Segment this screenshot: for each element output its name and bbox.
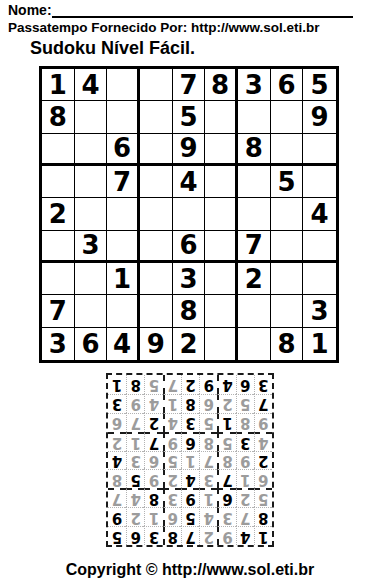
puzzle-cell-r1c2: 4 <box>75 69 108 101</box>
puzzle-cell-r2c5: 5 <box>173 101 206 133</box>
puzzle-cell-r2c7 <box>238 101 271 133</box>
solution-cell-r9c5: 2 <box>181 375 199 394</box>
sudoku-worksheet-page: Nome: Passatempo Fornecido Por: http://w… <box>0 0 380 585</box>
solution-cell-r3c2: 2 <box>236 488 254 507</box>
solution-cell-r9c4: 9 <box>199 375 217 394</box>
solution-cell-r7c6: 4 <box>163 413 181 432</box>
puzzle-cell-r6c8 <box>271 231 304 263</box>
puzzle-cell-r9c5: 2 <box>173 328 206 360</box>
puzzle-cell-r4c5: 4 <box>173 166 206 198</box>
solution-cell-r6c1: 4 <box>254 432 272 451</box>
puzzle-cell-r4c3: 7 <box>107 166 140 198</box>
puzzle-cell-r5c3 <box>107 198 140 230</box>
solution-cell-r3c7: 8 <box>144 488 162 507</box>
puzzle-cell-r4c7 <box>238 166 271 198</box>
solution-cell-r9c8: 8 <box>126 375 144 394</box>
puzzle-cell-r3c8 <box>271 134 304 166</box>
solution-cell-r7c9: 6 <box>108 413 126 432</box>
solution-cell-r1c8: 6 <box>126 526 144 545</box>
puzzle-cell-r2c4 <box>140 101 173 133</box>
puzzle-cell-r7c8 <box>271 263 304 295</box>
solution-cell-r6c3: 5 <box>217 432 235 451</box>
puzzle-cell-r1c3 <box>107 69 140 101</box>
solution-cell-r7c7: 2 <box>144 413 162 432</box>
puzzle-cell-r3c9 <box>303 134 336 166</box>
solution-cell-r5c4: 7 <box>199 451 217 470</box>
solution-cell-r8c8: 9 <box>126 394 144 413</box>
puzzle-cell-r5c7 <box>238 198 271 230</box>
solution-cell-r4c6: 2 <box>163 469 181 488</box>
puzzle-cell-r9c7 <box>238 328 271 360</box>
solution-cell-r1c3: 9 <box>217 526 235 545</box>
puzzle-cell-r6c3 <box>107 231 140 263</box>
puzzle-cell-r4c8: 5 <box>271 166 304 198</box>
solution-cell-r1c7: 3 <box>144 526 162 545</box>
solution-cell-r8c2: 5 <box>236 394 254 413</box>
solution-cell-r7c5: 3 <box>181 413 199 432</box>
solution-cell-r6c2: 3 <box>236 432 254 451</box>
solution-cell-r5c6: 5 <box>163 451 181 470</box>
puzzle-cell-r7c5: 3 <box>173 263 206 295</box>
puzzle-cell-r8c1: 7 <box>42 295 75 327</box>
puzzle-cell-r1c8: 6 <box>271 69 304 101</box>
name-row: Nome: <box>8 2 353 18</box>
puzzle-cell-r3c7: 8 <box>238 134 271 166</box>
solution-cell-r7c4: 5 <box>199 413 217 432</box>
solution-cell-r4c5: 4 <box>181 469 199 488</box>
solution-cell-r4c7: 9 <box>144 469 162 488</box>
puzzle-cell-r6c7: 7 <box>238 231 271 263</box>
puzzle-cell-r5c1: 2 <box>42 198 75 230</box>
solution-cell-r4c4: 3 <box>199 469 217 488</box>
puzzle-cell-r6c2: 3 <box>75 231 108 263</box>
solution-cell-r6c7: 7 <box>144 432 162 451</box>
solution-cell-r5c5: 1 <box>181 451 199 470</box>
puzzle-cell-r9c1: 3 <box>42 328 75 360</box>
solution-cell-r4c8: 5 <box>126 469 144 488</box>
solution-cell-r4c3: 7 <box>217 469 235 488</box>
solution-cell-r9c7: 5 <box>144 375 162 394</box>
copyright-text: Copyright © http://www.sol.eti.br <box>0 561 380 579</box>
solution-cell-r9c9: 1 <box>108 375 126 394</box>
name-label: Nome: <box>8 2 52 18</box>
solution-cell-r9c2: 6 <box>236 375 254 394</box>
puzzle-cell-r7c6 <box>205 263 238 295</box>
puzzle-cell-r3c5: 9 <box>173 134 206 166</box>
solution-cell-r8c4: 6 <box>199 394 217 413</box>
solution-cell-r2c6: 6 <box>163 507 181 526</box>
puzzle-cell-r3c6 <box>205 134 238 166</box>
puzzle-cell-r2c9: 9 <box>303 101 336 133</box>
solution-cell-r8c6: 1 <box>163 394 181 413</box>
puzzle-cell-r2c1: 8 <box>42 101 75 133</box>
puzzle-cell-r7c9 <box>303 263 336 295</box>
solution-cell-r3c1: 5 <box>254 488 272 507</box>
solution-cell-r2c9: 9 <box>108 507 126 526</box>
puzzle-cell-r6c6 <box>205 231 238 263</box>
solution-cell-r2c8: 2 <box>126 507 144 526</box>
puzzle-cell-r9c9: 1 <box>303 328 336 360</box>
solution-cell-r3c9: 7 <box>108 488 126 507</box>
puzzle-cell-r2c3 <box>107 101 140 133</box>
puzzle-cell-r7c7: 2 <box>238 263 271 295</box>
puzzle-cell-r4c9 <box>303 166 336 198</box>
solution-cell-r4c2: 1 <box>236 469 254 488</box>
solution-cell-r7c3: 1 <box>217 413 235 432</box>
puzzle-cell-r8c5: 8 <box>173 295 206 327</box>
puzzle-cell-r7c1 <box>42 263 75 295</box>
puzzle-cell-r3c4 <box>140 134 173 166</box>
puzzle-cell-r7c3: 1 <box>107 263 140 295</box>
puzzle-cell-r7c4 <box>140 263 173 295</box>
solution-cell-r3c5: 9 <box>181 488 199 507</box>
sudoku-puzzle-grid: 1478365859698745243671327833649281 <box>39 66 339 363</box>
puzzle-cell-r2c2 <box>75 101 108 133</box>
solution-cell-r7c8: 7 <box>126 413 144 432</box>
solution-cell-r5c1: 2 <box>254 451 272 470</box>
puzzle-cell-r6c4 <box>140 231 173 263</box>
puzzle-cell-r2c6 <box>205 101 238 133</box>
puzzle-cell-r5c8 <box>271 198 304 230</box>
puzzle-cell-r1c4 <box>140 69 173 101</box>
solution-cell-r1c2: 4 <box>236 526 254 545</box>
solution-cell-r5c8: 3 <box>126 451 144 470</box>
puzzle-cell-r9c6 <box>205 328 238 360</box>
puzzle-cell-r8c7 <box>238 295 271 327</box>
solution-cell-r8c5: 8 <box>181 394 199 413</box>
puzzle-cell-r3c1 <box>42 134 75 166</box>
puzzle-cell-r1c7: 3 <box>238 69 271 101</box>
solution-cell-r6c9: 2 <box>108 432 126 451</box>
solution-cell-r4c9: 8 <box>108 469 126 488</box>
puzzle-cell-r5c5 <box>173 198 206 230</box>
solution-cell-r2c4: 4 <box>199 507 217 526</box>
puzzle-cell-r1c6: 8 <box>205 69 238 101</box>
solution-cell-r2c3: 3 <box>217 507 235 526</box>
puzzle-cell-r1c9: 5 <box>303 69 336 101</box>
solution-cell-r7c1: 9 <box>254 413 272 432</box>
provided-by-text: Passatempo Fornecido Por: http://www.sol… <box>8 20 320 35</box>
puzzle-cell-r9c4: 9 <box>140 328 173 360</box>
solution-cell-r1c5: 7 <box>181 526 199 545</box>
solution-cell-r2c1: 8 <box>254 507 272 526</box>
solution-cell-r8c7: 4 <box>144 394 162 413</box>
solution-cell-r2c7: 1 <box>144 507 162 526</box>
puzzle-cell-r5c2 <box>75 198 108 230</box>
puzzle-cell-r8c6 <box>205 295 238 327</box>
puzzle-cell-r1c5: 7 <box>173 69 206 101</box>
solution-cell-r5c9: 4 <box>108 451 126 470</box>
puzzle-cell-r4c2 <box>75 166 108 198</box>
puzzle-cell-r8c2 <box>75 295 108 327</box>
puzzle-cell-r6c9 <box>303 231 336 263</box>
solution-cell-r3c3: 6 <box>217 488 235 507</box>
puzzle-cell-r6c5: 6 <box>173 231 206 263</box>
solution-cell-r5c2: 9 <box>236 451 254 470</box>
solution-cell-r5c7: 6 <box>144 451 162 470</box>
sudoku-solution-grid-rotated: 1492783658734561295261938476173429582987… <box>106 373 274 547</box>
solution-cell-r2c5: 5 <box>181 507 199 526</box>
solution-cell-r1c9: 5 <box>108 526 126 545</box>
solution-cell-r6c6: 9 <box>163 432 181 451</box>
puzzle-cell-r7c2 <box>75 263 108 295</box>
puzzle-cell-r8c4 <box>140 295 173 327</box>
solution-cell-r3c8: 4 <box>126 488 144 507</box>
puzzle-cell-r8c3 <box>107 295 140 327</box>
name-blank-line <box>52 3 353 18</box>
solution-cell-r8c1: 7 <box>254 394 272 413</box>
puzzle-cell-r5c9: 4 <box>303 198 336 230</box>
puzzle-cell-r3c2 <box>75 134 108 166</box>
solution-cell-r1c6: 8 <box>163 526 181 545</box>
puzzle-cell-r3c3: 6 <box>107 134 140 166</box>
solution-cell-r4c1: 6 <box>254 469 272 488</box>
page-title: Sudoku Nível Fácil. <box>30 38 195 59</box>
puzzle-cell-r9c3: 4 <box>107 328 140 360</box>
solution-cell-r3c6: 3 <box>163 488 181 507</box>
solution-cell-r3c4: 1 <box>199 488 217 507</box>
puzzle-cell-r8c8 <box>271 295 304 327</box>
solution-cell-r6c4: 8 <box>199 432 217 451</box>
puzzle-cell-r9c8: 8 <box>271 328 304 360</box>
puzzle-cell-r4c6 <box>205 166 238 198</box>
solution-cell-r1c1: 1 <box>254 526 272 545</box>
puzzle-cell-r4c1 <box>42 166 75 198</box>
puzzle-cell-r8c9: 3 <box>303 295 336 327</box>
solution-cell-r8c9: 3 <box>108 394 126 413</box>
solution-cell-r6c5: 6 <box>181 432 199 451</box>
solution-cell-r9c1: 3 <box>254 375 272 394</box>
solution-cell-r2c2: 7 <box>236 507 254 526</box>
solution-cell-r9c3: 4 <box>217 375 235 394</box>
solution-cell-r7c2: 8 <box>236 413 254 432</box>
puzzle-cell-r4c4 <box>140 166 173 198</box>
solution-cell-r6c8: 1 <box>126 432 144 451</box>
puzzle-cell-r9c2: 6 <box>75 328 108 360</box>
solution-cell-r1c4: 2 <box>199 526 217 545</box>
puzzle-cell-r5c6 <box>205 198 238 230</box>
puzzle-cell-r5c4 <box>140 198 173 230</box>
puzzle-cell-r1c1: 1 <box>42 69 75 101</box>
solution-cell-r9c6: 7 <box>163 375 181 394</box>
puzzle-cell-r6c1 <box>42 231 75 263</box>
puzzle-cell-r2c8 <box>271 101 304 133</box>
solution-cell-r8c3: 2 <box>217 394 235 413</box>
solution-cell-r5c3: 8 <box>217 451 235 470</box>
